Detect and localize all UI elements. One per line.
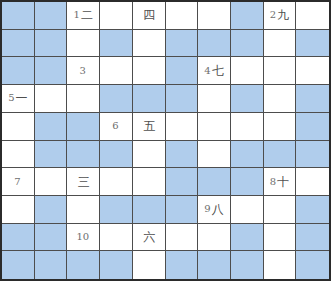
cell-r6c5 — [166, 168, 199, 196]
cell-r8c1 — [35, 224, 68, 252]
cell-r9c4[interactable] — [133, 251, 166, 279]
clue-number: 1 — [74, 10, 80, 20]
cell-r3c1[interactable] — [35, 85, 68, 113]
cell-r7c4 — [133, 196, 166, 224]
cell-r2c0 — [2, 57, 35, 85]
clue-number: 6 — [112, 121, 118, 131]
cell-r6c4[interactable] — [133, 168, 166, 196]
cell-r5c6[interactable] — [198, 141, 231, 169]
cell-r8c8[interactable] — [264, 224, 297, 252]
cell-r2c5 — [166, 57, 199, 85]
cell-r4c4[interactable]: 五 — [133, 113, 166, 141]
cell-r7c9 — [296, 196, 329, 224]
cell-r7c5 — [166, 196, 199, 224]
cell-r2c9[interactable] — [296, 57, 329, 85]
cell-r9c2 — [67, 251, 100, 279]
cell-r9c3 — [100, 251, 133, 279]
cell-r6c6 — [198, 168, 231, 196]
cell-r3c6[interactable] — [198, 85, 231, 113]
cell-r8c4[interactable]: 六 — [133, 224, 166, 252]
cell-r3c3 — [100, 85, 133, 113]
cell-r0c4[interactable]: 四 — [133, 2, 166, 30]
cell-r4c7[interactable] — [231, 113, 264, 141]
cell-r1c1 — [35, 30, 68, 58]
cell-r8c3[interactable] — [100, 224, 133, 252]
cell-r1c8[interactable] — [264, 30, 297, 58]
cell-r0c0 — [2, 2, 35, 30]
cell-r1c0 — [2, 30, 35, 58]
cell-r3c8[interactable] — [264, 85, 297, 113]
cell-r9c0 — [2, 251, 35, 279]
cell-r6c3[interactable] — [100, 168, 133, 196]
cell-r8c9 — [296, 224, 329, 252]
cell-r7c7[interactable] — [231, 196, 264, 224]
cell-r5c1 — [35, 141, 68, 169]
cell-r6c7 — [231, 168, 264, 196]
cell-r4c8[interactable] — [264, 113, 297, 141]
cell-r6c9[interactable] — [296, 168, 329, 196]
cell-r5c5 — [166, 141, 199, 169]
cell-r3c9 — [296, 85, 329, 113]
cell-r2c3[interactable] — [100, 57, 133, 85]
cell-r3c2[interactable] — [67, 85, 100, 113]
cell-r2c4[interactable] — [133, 57, 166, 85]
cell-r9c7 — [231, 251, 264, 279]
cell-r0c8[interactable]: 2九 — [264, 2, 297, 30]
cell-char: 二 — [81, 9, 93, 21]
cell-r1c6 — [198, 30, 231, 58]
clue-number: 10 — [76, 232, 89, 242]
cell-r6c8[interactable]: 8十 — [264, 168, 297, 196]
cell-r8c7 — [231, 224, 264, 252]
cell-r0c3[interactable] — [100, 2, 133, 30]
cell-r1c3 — [100, 30, 133, 58]
cell-char: 六 — [143, 231, 155, 243]
clue-number: 7 — [14, 177, 20, 187]
cell-r1c9 — [296, 30, 329, 58]
cell-r3c5 — [166, 85, 199, 113]
clue-number: 4 — [204, 66, 210, 76]
cell-r7c1 — [35, 196, 68, 224]
cell-r9c6 — [198, 251, 231, 279]
cell-r4c3[interactable]: 6 — [100, 113, 133, 141]
clue-number: 5 — [8, 93, 14, 103]
cell-r5c8 — [264, 141, 297, 169]
cell-r3c7 — [231, 85, 264, 113]
cell-r2c2[interactable]: 3 — [67, 57, 100, 85]
cell-r2c1 — [35, 57, 68, 85]
cell-r4c0[interactable] — [2, 113, 35, 141]
cell-r7c3 — [100, 196, 133, 224]
cell-r0c1 — [35, 2, 68, 30]
cell-r5c9 — [296, 141, 329, 169]
cell-char: 八 — [212, 203, 224, 215]
cell-r6c1[interactable] — [35, 168, 68, 196]
cell-char: 七 — [212, 65, 224, 77]
cell-r0c6[interactable] — [198, 2, 231, 30]
cell-r7c8[interactable] — [264, 196, 297, 224]
clue-number: 9 — [204, 204, 210, 214]
cell-r7c0[interactable] — [2, 196, 35, 224]
cell-r0c9[interactable] — [296, 2, 329, 30]
cell-char: 一 — [16, 92, 28, 104]
clue-number: 3 — [80, 66, 86, 76]
cell-char: 三 — [78, 176, 90, 188]
cell-r5c2 — [67, 141, 100, 169]
cell-r4c5[interactable] — [166, 113, 199, 141]
cell-r5c3 — [100, 141, 133, 169]
cell-r8c5[interactable] — [166, 224, 199, 252]
cell-r0c5[interactable] — [166, 2, 199, 30]
puzzle-board: 1二 四 2九 3 4七 5一 6 五 7 三 — [0, 0, 331, 281]
cell-r2c6[interactable]: 4七 — [198, 57, 231, 85]
cell-r5c4[interactable] — [133, 141, 166, 169]
cell-r4c2 — [67, 113, 100, 141]
cell-char: 九 — [277, 9, 289, 21]
cell-r4c9 — [296, 113, 329, 141]
cell-r5c7 — [231, 141, 264, 169]
cell-r0c2[interactable]: 1二 — [67, 2, 100, 30]
cell-r6c0[interactable]: 7 — [2, 168, 35, 196]
cell-r5c0[interactable] — [2, 141, 35, 169]
cell-char: 四 — [143, 9, 155, 21]
cell-r2c7[interactable] — [231, 57, 264, 85]
cell-r7c6[interactable]: 9八 — [198, 196, 231, 224]
cell-r8c0 — [2, 224, 35, 252]
cell-r1c2[interactable] — [67, 30, 100, 58]
cell-r8c2[interactable]: 10 — [67, 224, 100, 252]
cell-r1c4[interactable] — [133, 30, 166, 58]
cell-r3c4 — [133, 85, 166, 113]
cell-char: 五 — [143, 120, 155, 132]
cell-r9c9 — [296, 251, 329, 279]
cell-r2c8[interactable] — [264, 57, 297, 85]
cell-r3c0[interactable]: 5一 — [2, 85, 35, 113]
cell-r8c6[interactable] — [198, 224, 231, 252]
cell-r9c5 — [166, 251, 199, 279]
cell-r9c8[interactable] — [264, 251, 297, 279]
cell-r4c1 — [35, 113, 68, 141]
cell-r4c6[interactable] — [198, 113, 231, 141]
cell-r9c1 — [35, 251, 68, 279]
cell-r0c7 — [231, 2, 264, 30]
cell-r1c7 — [231, 30, 264, 58]
clue-number: 2 — [270, 10, 276, 20]
clue-number: 8 — [270, 177, 276, 187]
cell-r7c2[interactable] — [67, 196, 100, 224]
cell-r1c5 — [166, 30, 199, 58]
cell-char: 十 — [277, 176, 289, 188]
cell-r6c2[interactable]: 三 — [67, 168, 100, 196]
